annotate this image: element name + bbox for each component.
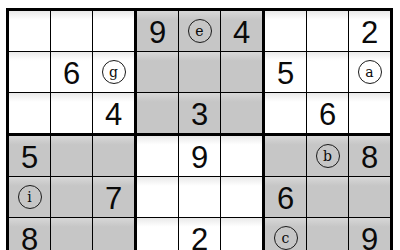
cell-r5c5[interactable]	[179, 177, 221, 218]
sudoku-page: 9e426g5a43659b8i7682c9	[0, 0, 400, 250]
cell-r3c2[interactable]	[51, 93, 93, 136]
cell-r6c3[interactable]	[93, 218, 137, 250]
given-digit: 7	[105, 183, 122, 214]
cell-r2c8[interactable]	[307, 52, 349, 93]
cell-r3c3[interactable]: 4	[93, 93, 137, 136]
cell-r5c9[interactable]	[349, 177, 390, 218]
cell-r6c7[interactable]: c	[265, 218, 307, 250]
given-digit: 2	[361, 17, 378, 48]
cell-r5c8[interactable]	[307, 177, 349, 218]
given-digit: 6	[277, 183, 294, 214]
cell-r6c1[interactable]: 8	[9, 218, 51, 250]
cell-r6c5[interactable]: 2	[179, 218, 221, 250]
circled-letter-clue: g	[102, 60, 126, 84]
cell-r4c1[interactable]: 5	[9, 136, 51, 177]
given-digit: 9	[191, 142, 208, 173]
cell-r2c6[interactable]	[221, 52, 265, 93]
given-digit: 8	[21, 224, 38, 250]
cell-r1c8[interactable]	[307, 11, 349, 52]
cell-r5c7[interactable]: 6	[265, 177, 307, 218]
sudoku-board: 9e426g5a43659b8i7682c9	[6, 8, 393, 250]
cell-r2c7[interactable]: 5	[265, 52, 307, 93]
cell-r4c4[interactable]	[137, 136, 179, 177]
cell-r3c6[interactable]	[221, 93, 265, 136]
given-digit: 4	[105, 99, 122, 130]
cell-r4c3[interactable]	[93, 136, 137, 177]
cell-r1c7[interactable]	[265, 11, 307, 52]
cell-r3c8[interactable]: 6	[307, 93, 349, 136]
cell-r2c4[interactable]	[137, 52, 179, 93]
given-digit: 5	[277, 58, 294, 89]
cell-r2c1[interactable]	[9, 52, 51, 93]
cell-r3c9[interactable]	[349, 93, 390, 136]
cell-r1c2[interactable]	[51, 11, 93, 52]
circled-letter-clue: e	[188, 19, 212, 43]
cell-r3c4[interactable]	[137, 93, 179, 136]
circled-letter-clue: a	[358, 60, 382, 84]
cell-r1c9[interactable]: 2	[349, 11, 390, 52]
circled-letter-clue: c	[274, 226, 298, 250]
given-digit: 8	[361, 142, 378, 173]
given-digit: 3	[191, 99, 208, 130]
cell-r1c3[interactable]	[93, 11, 137, 52]
cell-r6c4[interactable]	[137, 218, 179, 250]
given-digit: 6	[63, 58, 80, 89]
given-digit: 9	[149, 17, 166, 48]
cell-r6c8[interactable]	[307, 218, 349, 250]
cell-r4c8[interactable]: b	[307, 136, 349, 177]
cell-r2c5[interactable]	[179, 52, 221, 93]
given-digit: 6	[319, 99, 336, 130]
cell-r6c2[interactable]	[51, 218, 93, 250]
cell-r1c6[interactable]: 4	[221, 11, 265, 52]
cell-r2c9[interactable]: a	[349, 52, 390, 93]
cell-r5c2[interactable]	[51, 177, 93, 218]
cell-r3c1[interactable]	[9, 93, 51, 136]
cell-r5c6[interactable]	[221, 177, 265, 218]
cell-r4c5[interactable]: 9	[179, 136, 221, 177]
cell-r5c1[interactable]: i	[9, 177, 51, 218]
cell-r5c4[interactable]	[137, 177, 179, 218]
given-digit: 5	[21, 142, 38, 173]
cell-r4c2[interactable]	[51, 136, 93, 177]
cell-r5c3[interactable]: 7	[93, 177, 137, 218]
circled-letter-clue: b	[316, 144, 340, 168]
cell-r3c7[interactable]	[265, 93, 307, 136]
cell-r2c3[interactable]: g	[93, 52, 137, 93]
cell-r6c6[interactable]	[221, 218, 265, 250]
circled-letter-clue: i	[18, 185, 42, 209]
cell-r4c9[interactable]: 8	[349, 136, 390, 177]
given-digit: 9	[361, 224, 378, 250]
cell-r4c7[interactable]	[265, 136, 307, 177]
cell-r3c5[interactable]: 3	[179, 93, 221, 136]
cell-r6c9[interactable]: 9	[349, 218, 390, 250]
cell-r4c6[interactable]	[221, 136, 265, 177]
given-digit: 4	[233, 17, 250, 48]
cell-r2c2[interactable]: 6	[51, 52, 93, 93]
given-digit: 2	[191, 224, 208, 250]
cell-r1c4[interactable]: 9	[137, 11, 179, 52]
cell-r1c1[interactable]	[9, 11, 51, 52]
cell-r1c5[interactable]: e	[179, 11, 221, 52]
